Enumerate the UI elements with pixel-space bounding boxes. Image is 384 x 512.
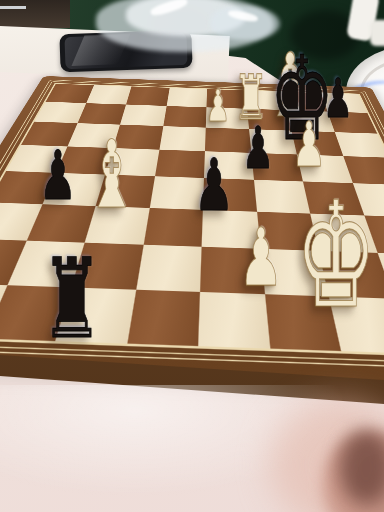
photo-canvas: ♝♟♜♟♚♟♟♟♝♟♟♚♜ [0,0,384,512]
white-pawn-e2[interactable]: ♟ [236,218,286,298]
fingertip-shadow [340,430,384,504]
black-pawn-e4[interactable]: ♟ [192,149,237,221]
black-pawn-f5[interactable]: ♟ [240,119,276,177]
white-pawn-g5[interactable]: ♟ [290,114,328,176]
black-pawn-b4[interactable]: ♟ [37,142,79,210]
white-bishop-c4[interactable]: ♝ [83,128,141,222]
white-king-f2[interactable]: ♚ [291,182,382,328]
white-pawn-e7[interactable]: ♟ [204,84,231,128]
black-rook-b1[interactable]: ♜ [38,244,106,354]
